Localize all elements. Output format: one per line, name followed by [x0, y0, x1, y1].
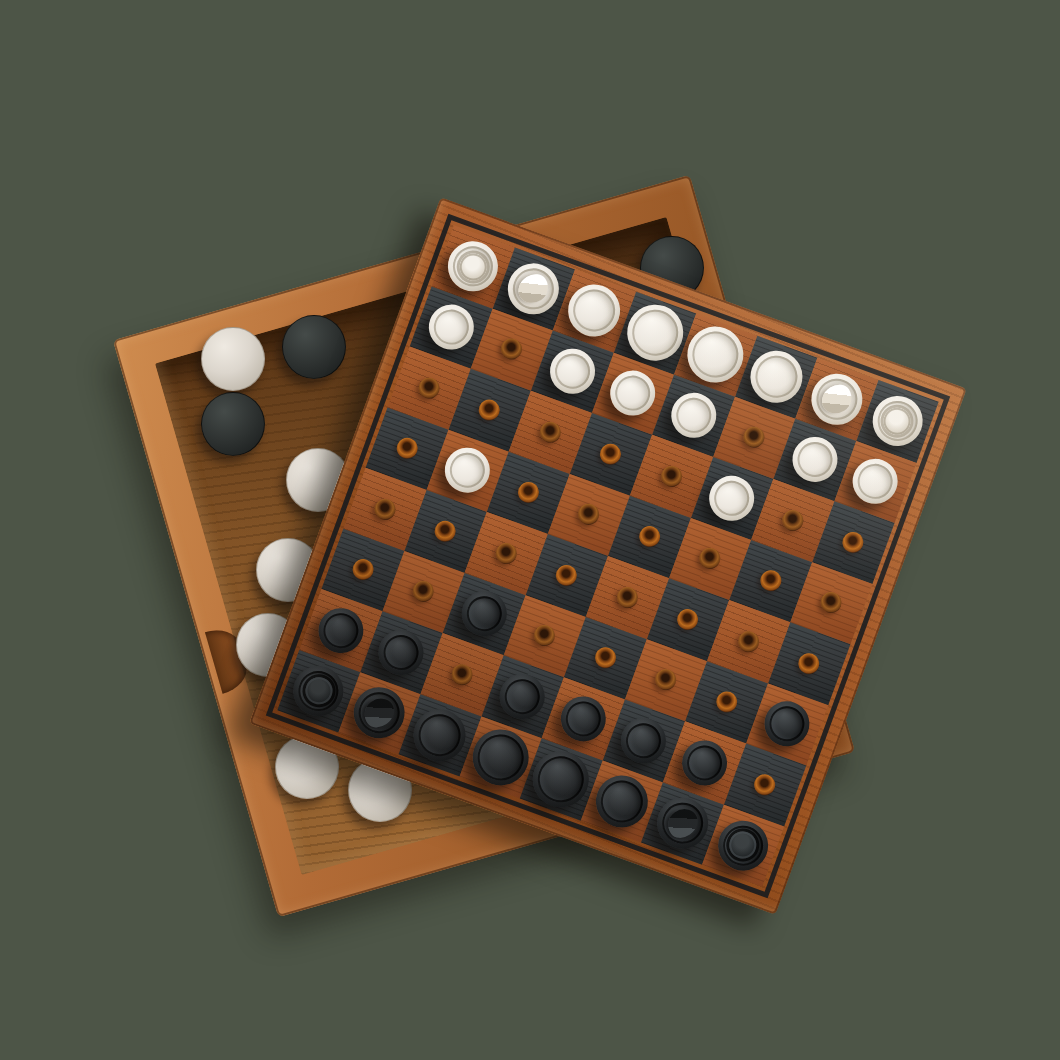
piece-white-rook-h1[interactable]: [441, 235, 505, 299]
rook-top: [880, 404, 915, 439]
peg-hole: [752, 771, 779, 798]
peg-hole: [493, 540, 520, 567]
peg-hole: [476, 396, 503, 423]
peg-hole: [713, 689, 740, 716]
piece-white-pawn-f2[interactable]: [543, 343, 601, 401]
knight-top: [513, 269, 554, 308]
piece-black-pawn-b7[interactable]: [676, 734, 734, 792]
piece-white-pawn-e2[interactable]: [604, 365, 662, 423]
peg-hole: [371, 496, 398, 523]
peg-hole: [537, 419, 564, 446]
piece-white-bishop-c1[interactable]: [743, 344, 810, 411]
scene: [0, 0, 1060, 1060]
peg-hole: [652, 667, 679, 694]
bishop-top: [421, 716, 459, 754]
piece-black-pawn-f6[interactable]: [455, 585, 513, 643]
peg-hole: [410, 578, 437, 605]
peg-hole: [575, 501, 602, 528]
checkers-disc-white[interactable]: [201, 327, 265, 391]
peg-hole: [448, 661, 475, 688]
piece-black-bishop-f8[interactable]: [407, 702, 474, 769]
bishop-top: [575, 292, 613, 330]
peg-hole: [757, 567, 784, 594]
piece-white-pawn-h2[interactable]: [422, 298, 480, 356]
piece-black-pawn-d7[interactable]: [554, 690, 612, 748]
peg-hole: [796, 650, 823, 677]
peg-hole: [818, 589, 845, 616]
peg-hole: [636, 523, 663, 550]
peg-hole: [515, 479, 542, 506]
piece-white-pawn-b2[interactable]: [786, 431, 844, 489]
piece-black-bishop-c8[interactable]: [588, 768, 655, 835]
peg-hole: [349, 556, 376, 583]
piece-white-knight-g1[interactable]: [501, 256, 566, 321]
peg-hole: [415, 374, 442, 401]
piece-black-rook-a8[interactable]: [711, 813, 775, 877]
piece-black-pawn-h7[interactable]: [312, 601, 370, 659]
peg-hole: [741, 424, 768, 451]
peg-hole: [498, 336, 525, 363]
rook-top: [726, 828, 761, 863]
piece-white-knight-b1[interactable]: [804, 366, 869, 431]
piece-black-rook-h8[interactable]: [287, 659, 351, 723]
peg-hole: [592, 644, 619, 671]
knight-top: [816, 379, 857, 418]
peg-hole: [735, 628, 762, 655]
bishop-top: [757, 358, 795, 396]
piece-white-pawn-c3[interactable]: [703, 469, 761, 527]
peg-hole: [597, 441, 624, 468]
piece-black-pawn-c7[interactable]: [615, 712, 673, 770]
piece-black-knight-g8[interactable]: [347, 680, 412, 745]
piece-white-pawn-a2[interactable]: [846, 453, 904, 511]
piece-black-knight-b8[interactable]: [650, 791, 715, 856]
peg-hole: [614, 584, 641, 611]
piece-white-rook-a1[interactable]: [865, 389, 929, 453]
piece-white-pawn-d2[interactable]: [665, 387, 723, 445]
peg-hole: [432, 518, 459, 545]
piece-black-pawn-a6[interactable]: [758, 695, 816, 753]
piece-black-pawn-e7[interactable]: [494, 668, 552, 726]
peg-hole: [779, 507, 806, 534]
checkers-disc-black[interactable]: [282, 315, 346, 379]
knight-top: [662, 803, 703, 843]
bishop-top: [602, 782, 640, 820]
peg-hole: [674, 606, 701, 633]
rook-top: [301, 674, 336, 709]
piece-white-bishop-f1[interactable]: [561, 277, 628, 344]
peg-hole: [840, 529, 867, 556]
rook-top: [456, 249, 491, 284]
peg-hole: [393, 435, 420, 462]
piece-black-pawn-g7[interactable]: [372, 624, 430, 682]
peg-hole: [553, 562, 580, 589]
piece-white-pawn-g4[interactable]: [439, 442, 497, 500]
checkers-disc-black[interactable]: [201, 392, 265, 456]
knight-top: [359, 693, 400, 733]
peg-hole: [696, 545, 723, 572]
peg-hole: [531, 622, 558, 649]
peg-hole: [658, 463, 685, 490]
